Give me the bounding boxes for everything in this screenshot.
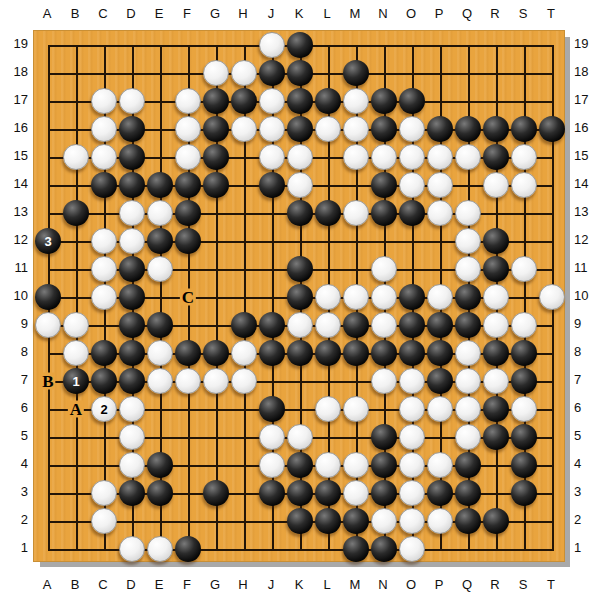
white-stone-P4[interactable] [427, 452, 453, 478]
board-point-N6[interactable] [370, 395, 398, 423]
board-point-G11[interactable] [202, 255, 230, 283]
board-point-T3[interactable] [538, 479, 566, 507]
board-point-T6[interactable] [538, 395, 566, 423]
board-point-O18[interactable] [398, 59, 426, 87]
board-point-G6[interactable] [202, 395, 230, 423]
board-point-J1[interactable] [258, 535, 286, 563]
board-point-J2[interactable] [258, 507, 286, 535]
board-point-B16[interactable] [62, 115, 90, 143]
black-stone-G15[interactable] [203, 144, 229, 170]
black-stone-E9[interactable] [147, 312, 173, 338]
white-stone-Q13[interactable] [455, 200, 481, 226]
board-point-N18[interactable] [370, 59, 398, 87]
board-point-L15[interactable] [314, 143, 342, 171]
board-point-T7[interactable] [538, 367, 566, 395]
black-stone-S7[interactable] [511, 368, 537, 394]
white-stone-F16[interactable] [175, 116, 201, 142]
board-point-A4[interactable] [34, 451, 62, 479]
board-point-C13[interactable] [90, 199, 118, 227]
board-point-O11[interactable] [398, 255, 426, 283]
board-point-T19[interactable] [538, 31, 566, 59]
board-point-S1[interactable] [510, 535, 538, 563]
white-stone-D5[interactable] [119, 424, 145, 450]
black-stone-N5[interactable] [371, 424, 397, 450]
board-point-A6[interactable] [34, 395, 62, 423]
board-point-R1[interactable] [482, 535, 510, 563]
black-stone-N16[interactable] [371, 116, 397, 142]
board-point-B4[interactable] [62, 451, 90, 479]
black-stone-O13[interactable] [399, 200, 425, 226]
board-point-S18[interactable] [510, 59, 538, 87]
black-stone-Q2[interactable] [455, 508, 481, 534]
board-point-L18[interactable] [314, 59, 342, 87]
white-stone-J4[interactable] [259, 452, 285, 478]
white-stone-H7[interactable] [231, 368, 257, 394]
board-point-T17[interactable] [538, 87, 566, 115]
black-stone-S5[interactable] [511, 424, 537, 450]
board-point-G13[interactable] [202, 199, 230, 227]
black-stone-J8[interactable] [259, 340, 285, 366]
black-stone-O8[interactable] [399, 340, 425, 366]
board-point-Q1[interactable] [454, 535, 482, 563]
board-point-A17[interactable] [34, 87, 62, 115]
board-point-L7[interactable] [314, 367, 342, 395]
black-stone-E12[interactable] [147, 228, 173, 254]
black-stone-N4[interactable] [371, 452, 397, 478]
board-point-G2[interactable] [202, 507, 230, 535]
board-point-C1[interactable] [90, 535, 118, 563]
board-point-K1[interactable] [286, 535, 314, 563]
board-point-T13[interactable] [538, 199, 566, 227]
white-stone-P14[interactable] [427, 172, 453, 198]
white-stone-O16[interactable] [399, 116, 425, 142]
black-stone-M9[interactable] [343, 312, 369, 338]
white-stone-C16[interactable] [91, 116, 117, 142]
white-stone-O3[interactable] [399, 480, 425, 506]
white-stone-E13[interactable] [147, 200, 173, 226]
black-stone-O9[interactable] [399, 312, 425, 338]
board-point-L11[interactable] [314, 255, 342, 283]
white-stone-D4[interactable] [119, 452, 145, 478]
white-stone-S11[interactable] [511, 256, 537, 282]
board-point-H6[interactable] [230, 395, 258, 423]
white-stone-D12[interactable] [119, 228, 145, 254]
board-point-P5[interactable] [426, 423, 454, 451]
white-stone-S15[interactable] [511, 144, 537, 170]
white-stone-R10[interactable] [483, 284, 509, 310]
board-point-K7[interactable] [286, 367, 314, 395]
board-point-O19[interactable] [398, 31, 426, 59]
black-stone-N17[interactable] [371, 88, 397, 114]
board-point-A3[interactable] [34, 479, 62, 507]
white-stone-M10[interactable] [343, 284, 369, 310]
black-stone-S8[interactable] [511, 340, 537, 366]
board-point-G10[interactable] [202, 283, 230, 311]
board-point-G19[interactable] [202, 31, 230, 59]
board-point-T2[interactable] [538, 507, 566, 535]
black-stone-O17[interactable] [399, 88, 425, 114]
board-point-T8[interactable] [538, 339, 566, 367]
board-point-T14[interactable] [538, 171, 566, 199]
white-stone-D6[interactable] [119, 396, 145, 422]
board-point-C19[interactable] [90, 31, 118, 59]
black-stone-L17[interactable] [315, 88, 341, 114]
board-point-P11[interactable] [426, 255, 454, 283]
board-point-R3[interactable] [482, 479, 510, 507]
board-point-F2[interactable] [174, 507, 202, 535]
white-stone-P10[interactable] [427, 284, 453, 310]
black-stone-K8[interactable] [287, 340, 313, 366]
board-point-N19[interactable] [370, 31, 398, 59]
board-point-F18[interactable] [174, 59, 202, 87]
board-point-D2[interactable] [118, 507, 146, 535]
board-point-A14[interactable] [34, 171, 62, 199]
board-point-Q17[interactable] [454, 87, 482, 115]
board-point-T12[interactable] [538, 227, 566, 255]
board-point-G1[interactable] [202, 535, 230, 563]
white-stone-L6[interactable] [315, 396, 341, 422]
black-stone-D15[interactable] [119, 144, 145, 170]
black-stone-K16[interactable] [287, 116, 313, 142]
black-stone-R5[interactable] [483, 424, 509, 450]
black-stone-R11[interactable] [483, 256, 509, 282]
black-stone-H9[interactable] [231, 312, 257, 338]
black-stone-P3[interactable] [427, 480, 453, 506]
board-point-F4[interactable] [174, 451, 202, 479]
board-point-B5[interactable] [62, 423, 90, 451]
white-stone-J17[interactable] [259, 88, 285, 114]
black-stone-J6[interactable] [259, 396, 285, 422]
black-stone-F12[interactable] [175, 228, 201, 254]
board-point-H11[interactable] [230, 255, 258, 283]
board-point-O12[interactable] [398, 227, 426, 255]
board-point-B18[interactable] [62, 59, 90, 87]
board-point-B2[interactable] [62, 507, 90, 535]
black-stone-R2[interactable] [483, 508, 509, 534]
board-point-L14[interactable] [314, 171, 342, 199]
board-point-H12[interactable] [230, 227, 258, 255]
black-stone-R8[interactable] [483, 340, 509, 366]
white-stone-J19[interactable] [259, 32, 285, 58]
black-stone-S3[interactable] [511, 480, 537, 506]
white-stone-D13[interactable] [119, 200, 145, 226]
white-stone-O1[interactable] [399, 536, 425, 562]
board-point-T9[interactable] [538, 311, 566, 339]
white-stone-B8[interactable] [63, 340, 89, 366]
white-stone-L16[interactable] [315, 116, 341, 142]
black-stone-E14[interactable] [147, 172, 173, 198]
black-stone-P7[interactable] [427, 368, 453, 394]
board-point-J10[interactable] [258, 283, 286, 311]
white-stone-S6[interactable] [511, 396, 537, 422]
white-stone-T10[interactable] [539, 284, 565, 310]
board-point-B10[interactable] [62, 283, 90, 311]
black-stone-A10[interactable] [35, 284, 61, 310]
white-stone-F15[interactable] [175, 144, 201, 170]
board-point-B19[interactable] [62, 31, 90, 59]
white-stone-J16[interactable] [259, 116, 285, 142]
board-point-B12[interactable] [62, 227, 90, 255]
black-stone-Q3[interactable] [455, 480, 481, 506]
white-stone-G18[interactable] [203, 60, 229, 86]
white-stone-M15[interactable] [343, 144, 369, 170]
black-stone-M1[interactable] [343, 536, 369, 562]
board-point-F3[interactable] [174, 479, 202, 507]
black-stone-D8[interactable] [119, 340, 145, 366]
board-point-A19[interactable] [34, 31, 62, 59]
board-point-T1[interactable] [538, 535, 566, 563]
board-point-S19[interactable] [510, 31, 538, 59]
black-stone-E4[interactable] [147, 452, 173, 478]
black-stone-R6[interactable] [483, 396, 509, 422]
board-point-J13[interactable] [258, 199, 286, 227]
board-point-Q14[interactable] [454, 171, 482, 199]
white-stone-O6[interactable] [399, 396, 425, 422]
black-stone-J9[interactable] [259, 312, 285, 338]
black-stone-Q4[interactable] [455, 452, 481, 478]
board-point-H14[interactable] [230, 171, 258, 199]
board-point-E17[interactable] [146, 87, 174, 115]
black-stone-N3[interactable] [371, 480, 397, 506]
board-point-G5[interactable] [202, 423, 230, 451]
move-number-stone-B7[interactable]: 1 [63, 368, 89, 394]
white-stone-J5[interactable] [259, 424, 285, 450]
white-stone-E1[interactable] [147, 536, 173, 562]
board-point-S13[interactable] [510, 199, 538, 227]
board-point-S12[interactable] [510, 227, 538, 255]
board-point-R18[interactable] [482, 59, 510, 87]
black-stone-J3[interactable] [259, 480, 285, 506]
board-point-S17[interactable] [510, 87, 538, 115]
board-point-K12[interactable] [286, 227, 314, 255]
board-point-T4[interactable] [538, 451, 566, 479]
black-stone-F1[interactable] [175, 536, 201, 562]
white-stone-F7[interactable] [175, 368, 201, 394]
white-stone-E8[interactable] [147, 340, 173, 366]
white-stone-M3[interactable] [343, 480, 369, 506]
board-point-P18[interactable] [426, 59, 454, 87]
white-stone-R9[interactable] [483, 312, 509, 338]
board-point-Q19[interactable] [454, 31, 482, 59]
black-stone-M2[interactable] [343, 508, 369, 534]
black-stone-G16[interactable] [203, 116, 229, 142]
white-stone-O4[interactable] [399, 452, 425, 478]
black-stone-T16[interactable] [539, 116, 565, 142]
white-stone-S14[interactable] [511, 172, 537, 198]
board-point-C18[interactable] [90, 59, 118, 87]
board-point-G4[interactable] [202, 451, 230, 479]
black-stone-K19[interactable] [287, 32, 313, 58]
white-stone-N11[interactable] [371, 256, 397, 282]
board-point-H15[interactable] [230, 143, 258, 171]
board-point-Q18[interactable] [454, 59, 482, 87]
black-stone-G17[interactable] [203, 88, 229, 114]
white-stone-S9[interactable] [511, 312, 537, 338]
white-stone-N15[interactable] [371, 144, 397, 170]
white-stone-P6[interactable] [427, 396, 453, 422]
black-stone-K3[interactable] [287, 480, 313, 506]
black-stone-C14[interactable] [91, 172, 117, 198]
black-stone-L3[interactable] [315, 480, 341, 506]
black-stone-P9[interactable] [427, 312, 453, 338]
black-stone-O10[interactable] [399, 284, 425, 310]
board-point-C4[interactable] [90, 451, 118, 479]
white-stone-Q6[interactable] [455, 396, 481, 422]
board-point-E2[interactable] [146, 507, 174, 535]
board-point-G12[interactable] [202, 227, 230, 255]
board-point-B3[interactable] [62, 479, 90, 507]
board-point-A16[interactable] [34, 115, 62, 143]
board-point-H13[interactable] [230, 199, 258, 227]
black-stone-L8[interactable] [315, 340, 341, 366]
white-stone-O15[interactable] [399, 144, 425, 170]
black-stone-P8[interactable] [427, 340, 453, 366]
black-stone-F13[interactable] [175, 200, 201, 226]
board-point-S10[interactable] [510, 283, 538, 311]
board-point-M12[interactable] [342, 227, 370, 255]
board-point-B14[interactable] [62, 171, 90, 199]
black-stone-B13[interactable] [63, 200, 89, 226]
board-point-T11[interactable] [538, 255, 566, 283]
white-stone-O14[interactable] [399, 172, 425, 198]
board-point-E10[interactable] [146, 283, 174, 311]
board-point-J11[interactable] [258, 255, 286, 283]
board-point-R13[interactable] [482, 199, 510, 227]
white-stone-R7[interactable] [483, 368, 509, 394]
white-stone-C17[interactable] [91, 88, 117, 114]
white-stone-H8[interactable] [231, 340, 257, 366]
board-point-R17[interactable] [482, 87, 510, 115]
white-stone-N10[interactable] [371, 284, 397, 310]
black-stone-G3[interactable] [203, 480, 229, 506]
board-point-L12[interactable] [314, 227, 342, 255]
black-stone-S16[interactable] [511, 116, 537, 142]
black-stone-G8[interactable] [203, 340, 229, 366]
black-stone-S4[interactable] [511, 452, 537, 478]
black-stone-N13[interactable] [371, 200, 397, 226]
white-stone-C10[interactable] [91, 284, 117, 310]
white-stone-Q8[interactable] [455, 340, 481, 366]
board-point-D19[interactable] [118, 31, 146, 59]
black-stone-L2[interactable] [315, 508, 341, 534]
move-number-stone-A12[interactable]: 3 [35, 228, 61, 254]
board-point-E6[interactable] [146, 395, 174, 423]
white-stone-A9[interactable] [35, 312, 61, 338]
board-point-D18[interactable] [118, 59, 146, 87]
board-point-P19[interactable] [426, 31, 454, 59]
black-stone-G14[interactable] [203, 172, 229, 198]
white-stone-C11[interactable] [91, 256, 117, 282]
white-stone-L10[interactable] [315, 284, 341, 310]
board-point-J12[interactable] [258, 227, 286, 255]
white-stone-M13[interactable] [343, 200, 369, 226]
black-stone-Q9[interactable] [455, 312, 481, 338]
board-point-M14[interactable] [342, 171, 370, 199]
white-stone-L4[interactable] [315, 452, 341, 478]
white-stone-O2[interactable] [399, 508, 425, 534]
black-stone-K17[interactable] [287, 88, 313, 114]
black-stone-P16[interactable] [427, 116, 453, 142]
board-point-M5[interactable] [342, 423, 370, 451]
board-point-H5[interactable] [230, 423, 258, 451]
white-stone-H16[interactable] [231, 116, 257, 142]
board-point-L1[interactable] [314, 535, 342, 563]
black-stone-L13[interactable] [315, 200, 341, 226]
white-stone-K9[interactable] [287, 312, 313, 338]
black-stone-Q16[interactable] [455, 116, 481, 142]
white-stone-C3[interactable] [91, 480, 117, 506]
black-stone-H17[interactable] [231, 88, 257, 114]
board-point-C5[interactable] [90, 423, 118, 451]
board-point-L5[interactable] [314, 423, 342, 451]
black-stone-J14[interactable] [259, 172, 285, 198]
black-stone-K10[interactable] [287, 284, 313, 310]
white-stone-N9[interactable] [371, 312, 397, 338]
white-stone-R14[interactable] [483, 172, 509, 198]
board-point-H3[interactable] [230, 479, 258, 507]
board-point-A8[interactable] [34, 339, 62, 367]
black-stone-M8[interactable] [343, 340, 369, 366]
board-point-B17[interactable] [62, 87, 90, 115]
board-point-H1[interactable] [230, 535, 258, 563]
board-point-N12[interactable] [370, 227, 398, 255]
black-stone-K4[interactable] [287, 452, 313, 478]
board-point-A13[interactable] [34, 199, 62, 227]
board-point-A11[interactable] [34, 255, 62, 283]
black-stone-F14[interactable] [175, 172, 201, 198]
board-point-F19[interactable] [174, 31, 202, 59]
white-stone-M6[interactable] [343, 396, 369, 422]
black-stone-D10[interactable] [119, 284, 145, 310]
black-stone-D3[interactable] [119, 480, 145, 506]
board-point-E18[interactable] [146, 59, 174, 87]
board-point-H2[interactable] [230, 507, 258, 535]
white-stone-M4[interactable] [343, 452, 369, 478]
white-stone-Q12[interactable] [455, 228, 481, 254]
black-stone-D7[interactable] [119, 368, 145, 394]
board-point-M11[interactable] [342, 255, 370, 283]
white-stone-H18[interactable] [231, 60, 257, 86]
board-point-M19[interactable] [342, 31, 370, 59]
white-stone-E11[interactable] [147, 256, 173, 282]
white-stone-L9[interactable] [315, 312, 341, 338]
black-stone-K11[interactable] [287, 256, 313, 282]
board-point-F9[interactable] [174, 311, 202, 339]
white-stone-C12[interactable] [91, 228, 117, 254]
board-point-T15[interactable] [538, 143, 566, 171]
white-stone-N7[interactable] [371, 368, 397, 394]
board-point-F6[interactable] [174, 395, 202, 423]
board-point-B1[interactable] [62, 535, 90, 563]
board-point-H19[interactable] [230, 31, 258, 59]
white-stone-Q11[interactable] [455, 256, 481, 282]
board-point-A5[interactable] [34, 423, 62, 451]
board-point-F5[interactable] [174, 423, 202, 451]
black-stone-R15[interactable] [483, 144, 509, 170]
white-stone-Q15[interactable] [455, 144, 481, 170]
white-stone-B9[interactable] [63, 312, 89, 338]
board-point-E16[interactable] [146, 115, 174, 143]
white-stone-B15[interactable] [63, 144, 89, 170]
board-point-P1[interactable] [426, 535, 454, 563]
white-stone-D1[interactable] [119, 536, 145, 562]
black-stone-N14[interactable] [371, 172, 397, 198]
board-point-L19[interactable] [314, 31, 342, 59]
white-stone-N2[interactable] [371, 508, 397, 534]
white-stone-Q5[interactable] [455, 424, 481, 450]
white-stone-O5[interactable] [399, 424, 425, 450]
black-stone-C8[interactable] [91, 340, 117, 366]
